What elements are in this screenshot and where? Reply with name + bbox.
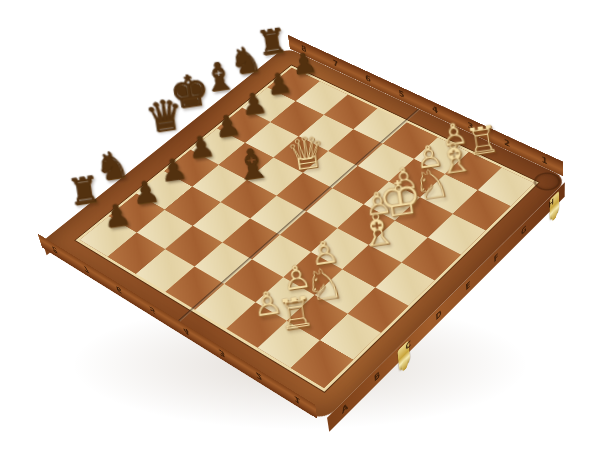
rank-label-2: 2 bbox=[255, 370, 263, 382]
product-photo-chess-set: ♜♞♛♚♝♞♜♟♟♟♟♟♟♟♟♝♕♙♙♙♙♙♙♙♖♘♗♔♘♗♖ ABCDEFGH… bbox=[0, 0, 600, 450]
rank-label-2: 2 bbox=[504, 137, 510, 148]
file-label-E: E bbox=[465, 279, 470, 292]
rank-label-4: 4 bbox=[183, 326, 191, 337]
rank-label-5: 5 bbox=[148, 304, 156, 315]
perspective-scene: ♜♞♛♚♝♞♜♟♟♟♟♟♟♟♟♝♕♙♙♙♙♙♙♙♖♘♗♔♘♗♖ ABCDEFGH… bbox=[0, 0, 600, 450]
folding-chess-board: ♜♞♛♚♝♞♜♟♟♟♟♟♟♟♟♝♕♙♙♙♙♙♙♙♖♘♗♔♘♗♖ ABCDEFGH… bbox=[38, 47, 568, 422]
file-label-F: F bbox=[494, 251, 499, 264]
rank-label-1: 1 bbox=[293, 394, 301, 406]
rank-label-3: 3 bbox=[218, 348, 226, 360]
file-label-C: C bbox=[405, 339, 411, 352]
file-label-G: G bbox=[521, 224, 527, 237]
file-label-D: D bbox=[435, 308, 442, 322]
rank-label-7: 7 bbox=[332, 58, 338, 68]
file-label-B: B bbox=[374, 369, 381, 383]
file-label-A: A bbox=[341, 401, 348, 415]
chess-board-grid: ♜♞♛♚♝♞♜♟♟♟♟♟♟♟♟♝♕♙♙♙♙♙♙♙♖♘♗♔♘♗♖ bbox=[76, 65, 539, 391]
file-label-H: H bbox=[549, 196, 554, 209]
board-frame: ♜♞♛♚♝♞♜♟♟♟♟♟♟♟♟♝♕♙♙♙♙♙♙♙♖♘♗♔♘♗♖ bbox=[38, 47, 568, 422]
rank-label-8: 8 bbox=[51, 244, 59, 255]
rank-label-6: 6 bbox=[115, 284, 123, 295]
rank-label-6: 6 bbox=[365, 73, 371, 83]
rank-label-5: 5 bbox=[398, 89, 404, 100]
rank-label-4: 4 bbox=[432, 104, 438, 115]
rank-label-1: 1 bbox=[541, 155, 547, 166]
rank-label-7: 7 bbox=[83, 264, 91, 275]
brass-latch-icon bbox=[550, 191, 559, 222]
